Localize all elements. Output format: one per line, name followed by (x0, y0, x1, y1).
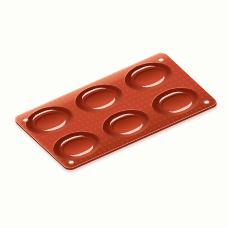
product-photo (0, 0, 228, 228)
corner-hole (66, 160, 74, 165)
corner-hole (156, 57, 164, 62)
corner-hole (202, 99, 210, 104)
silicone-baking-mold (12, 51, 219, 170)
